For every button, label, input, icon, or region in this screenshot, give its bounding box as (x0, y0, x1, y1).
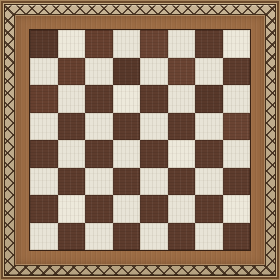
square-r1c2[interactable] (58, 30, 86, 58)
square-r1c5[interactable] (140, 30, 168, 58)
square-r5c4[interactable] (113, 140, 141, 168)
square-r4c5[interactable] (140, 113, 168, 141)
square-r3c1[interactable] (30, 85, 58, 113)
square-r6c5[interactable] (140, 168, 168, 196)
square-r2c8[interactable] (223, 58, 251, 86)
square-r1c8[interactable] (223, 30, 251, 58)
square-r4c8[interactable] (223, 113, 251, 141)
square-r1c3[interactable] (85, 30, 113, 58)
square-r6c1[interactable] (30, 168, 58, 196)
square-r4c6[interactable] (168, 113, 196, 141)
square-r1c4[interactable] (113, 30, 141, 58)
square-r3c5[interactable] (140, 85, 168, 113)
square-r5c7[interactable] (195, 140, 223, 168)
square-r8c1[interactable] (30, 223, 58, 251)
chessboard-photo: Empty wooden chessboard with carved rope… (0, 0, 280, 280)
square-r8c5[interactable] (140, 223, 168, 251)
square-r4c3[interactable] (85, 113, 113, 141)
board-edge (29, 29, 251, 251)
square-r7c3[interactable] (85, 195, 113, 223)
square-r8c2[interactable] (58, 223, 86, 251)
square-r6c6[interactable] (168, 168, 196, 196)
square-r5c6[interactable] (168, 140, 196, 168)
square-r3c4[interactable] (113, 85, 141, 113)
square-r6c2[interactable] (58, 168, 86, 196)
square-r6c4[interactable] (113, 168, 141, 196)
square-r8c3[interactable] (85, 223, 113, 251)
square-r7c1[interactable] (30, 195, 58, 223)
square-r7c2[interactable] (58, 195, 86, 223)
square-r7c5[interactable] (140, 195, 168, 223)
square-r8c6[interactable] (168, 223, 196, 251)
square-r5c8[interactable] (223, 140, 251, 168)
square-r3c7[interactable] (195, 85, 223, 113)
square-r2c3[interactable] (85, 58, 113, 86)
square-r7c4[interactable] (113, 195, 141, 223)
square-r1c1[interactable] (30, 30, 58, 58)
square-r2c7[interactable] (195, 58, 223, 86)
square-r3c3[interactable] (85, 85, 113, 113)
chess-board (30, 30, 250, 250)
square-r3c6[interactable] (168, 85, 196, 113)
square-r3c2[interactable] (58, 85, 86, 113)
square-r1c7[interactable] (195, 30, 223, 58)
square-r2c4[interactable] (113, 58, 141, 86)
square-r2c6[interactable] (168, 58, 196, 86)
square-r2c1[interactable] (30, 58, 58, 86)
square-r2c2[interactable] (58, 58, 86, 86)
board-frame (0, 0, 280, 280)
square-r6c7[interactable] (195, 168, 223, 196)
square-r4c4[interactable] (113, 113, 141, 141)
square-r7c7[interactable] (195, 195, 223, 223)
square-r4c7[interactable] (195, 113, 223, 141)
square-r5c1[interactable] (30, 140, 58, 168)
square-r5c2[interactable] (58, 140, 86, 168)
square-r7c6[interactable] (168, 195, 196, 223)
square-r8c7[interactable] (195, 223, 223, 251)
square-r5c5[interactable] (140, 140, 168, 168)
square-r4c1[interactable] (30, 113, 58, 141)
square-r4c2[interactable] (58, 113, 86, 141)
square-r2c5[interactable] (140, 58, 168, 86)
square-r1c6[interactable] (168, 30, 196, 58)
square-r3c8[interactable] (223, 85, 251, 113)
square-r6c3[interactable] (85, 168, 113, 196)
square-r6c8[interactable] (223, 168, 251, 196)
square-r5c3[interactable] (85, 140, 113, 168)
square-r8c4[interactable] (113, 223, 141, 251)
square-r7c8[interactable] (223, 195, 251, 223)
square-r8c8[interactable] (223, 223, 251, 251)
